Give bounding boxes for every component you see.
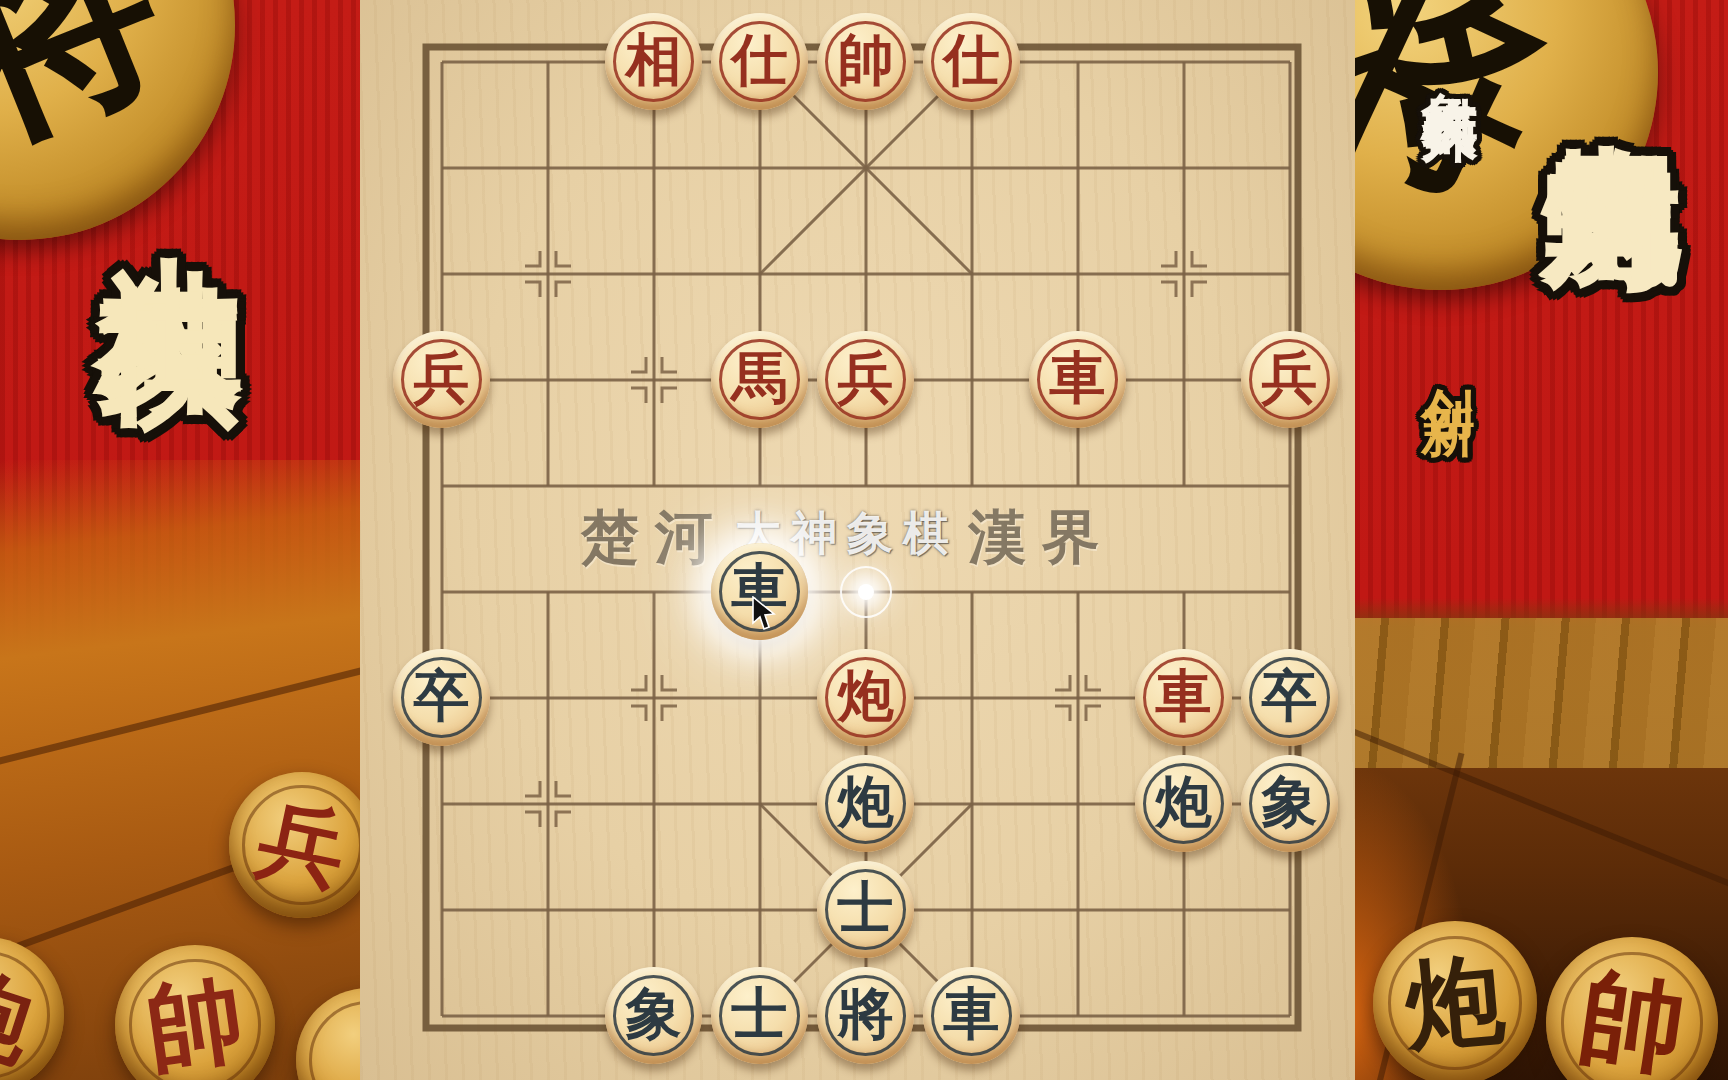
right-banner-photo: 炮 帥 bbox=[1355, 598, 1728, 1080]
piece-black-elephant[interactable]: 象 bbox=[605, 967, 702, 1064]
piece-glyph: 車 bbox=[1050, 350, 1106, 406]
piece-glyph: 炮 bbox=[838, 774, 894, 830]
decor-piece-bing: 兵 bbox=[229, 772, 360, 918]
piece-black-soldier[interactable]: 卒 bbox=[393, 649, 490, 746]
piece-glyph: 卒 bbox=[1262, 668, 1318, 724]
piece-glyph: 士 bbox=[732, 986, 788, 1042]
piece-glyph: 兵 bbox=[414, 350, 470, 406]
left-banner-photo: 兵 炮 帥 bbox=[0, 460, 360, 1080]
piece-glyph: 仕 bbox=[944, 32, 1000, 88]
mouse-cursor-icon bbox=[752, 596, 780, 634]
river-label-left: 楚河 bbox=[581, 499, 729, 577]
left-banner-title: 大神象棋 bbox=[96, 135, 244, 175]
piece-glyph: 相 bbox=[626, 32, 682, 88]
piece-glyph: 象 bbox=[1262, 774, 1318, 830]
piece-black-advisor[interactable]: 士 bbox=[711, 967, 808, 1064]
piece-red-chariot[interactable]: 車 bbox=[1029, 331, 1126, 428]
piece-glyph: 將 bbox=[838, 986, 894, 1042]
move-target-dot[interactable] bbox=[858, 584, 874, 600]
piece-red-elephant[interactable]: 相 bbox=[605, 13, 702, 110]
piece-glyph: 象 bbox=[626, 986, 682, 1042]
piece-red-soldier[interactable]: 兵 bbox=[1241, 331, 1338, 428]
right-banner-subtitle2: 创新 bbox=[1421, 345, 1475, 369]
piece-black-advisor[interactable]: 士 bbox=[817, 861, 914, 958]
piece-red-soldier[interactable]: 兵 bbox=[817, 331, 914, 428]
piece-glyph: 車 bbox=[944, 986, 1000, 1042]
decor-piece-character: 帥 bbox=[141, 971, 249, 1079]
piece-glyph: 卒 bbox=[414, 668, 470, 724]
piece-glyph: 馬 bbox=[732, 350, 788, 406]
piece-red-chariot[interactable]: 車 bbox=[1135, 649, 1232, 746]
xiangqi-board[interactable]: 楚河 漢界 大神象棋 相仕帥仕兵馬兵車兵車卒炮車卒炮炮象士象士將車 bbox=[360, 0, 1355, 1080]
piece-red-soldier[interactable]: 兵 bbox=[393, 331, 490, 428]
piece-red-horse[interactable]: 馬 bbox=[711, 331, 808, 428]
piece-black-soldier[interactable]: 卒 bbox=[1241, 649, 1338, 746]
decor-piece-character: 帥 bbox=[1573, 964, 1690, 1080]
piece-glyph: 兵 bbox=[1262, 350, 1318, 406]
decor-piece-character: 炮 bbox=[1402, 950, 1508, 1056]
right-banner: 将 炮 帥 象棋大师 创新 中炮对屏风马 bbox=[1355, 0, 1728, 1080]
right-banner-title: 中炮对屏风马 bbox=[1542, 30, 1682, 60]
piece-red-cannon[interactable]: 炮 bbox=[817, 649, 914, 746]
left-banner: 将 兵 炮 帥 大神象棋 bbox=[0, 0, 360, 1080]
piece-glyph: 車 bbox=[1156, 668, 1212, 724]
piece-red-general[interactable]: 帥 bbox=[817, 13, 914, 110]
piece-black-cannon[interactable]: 炮 bbox=[817, 755, 914, 852]
decor-gold-piece-top-left: 将 bbox=[0, 0, 235, 240]
piece-red-advisor[interactable]: 仕 bbox=[923, 13, 1020, 110]
piece-glyph: 帥 bbox=[838, 32, 894, 88]
decor-piece-pao: 炮 bbox=[1373, 921, 1537, 1080]
piece-black-cannon[interactable]: 炮 bbox=[1135, 755, 1232, 852]
piece-black-elephant[interactable]: 象 bbox=[1241, 755, 1338, 852]
piece-glyph: 炮 bbox=[1156, 774, 1212, 830]
piece-black-chariot[interactable]: 車 bbox=[923, 967, 1020, 1064]
decor-piece-pao: 炮 bbox=[0, 937, 64, 1080]
piece-glyph: 士 bbox=[838, 880, 894, 936]
decor-piece-shuai: 帥 bbox=[115, 945, 275, 1080]
decor-piece-partial bbox=[296, 988, 360, 1080]
decor-piece-character: 兵 bbox=[251, 794, 353, 896]
decor-piece-shuai: 帥 bbox=[1546, 937, 1718, 1080]
piece-glyph: 兵 bbox=[838, 350, 894, 406]
piece-black-general[interactable]: 將 bbox=[817, 967, 914, 1064]
piece-red-advisor[interactable]: 仕 bbox=[711, 13, 808, 110]
right-banner-subtitle: 象棋大师 bbox=[1422, 46, 1479, 70]
piece-glyph: 炮 bbox=[838, 668, 894, 724]
screenshot-root: 将 兵 炮 帥 大神象棋 楚河 漢界 大神象棋 bbox=[0, 0, 1728, 1080]
river-label-right: 漢界 bbox=[968, 499, 1116, 577]
piece-glyph: 仕 bbox=[732, 32, 788, 88]
